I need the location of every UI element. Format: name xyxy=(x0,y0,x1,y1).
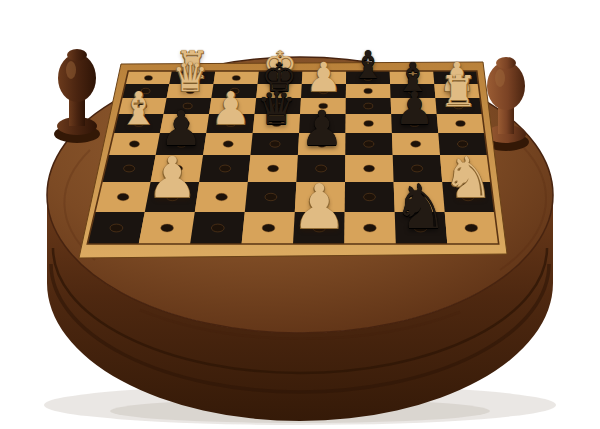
peg-hole-h5 xyxy=(456,121,466,127)
peg-hole-f1 xyxy=(364,224,377,232)
piece-black-bishop-f8[interactable]: ♝ xyxy=(351,46,385,84)
peg-hole-a8 xyxy=(144,76,152,81)
peg-hole-f3 xyxy=(364,165,375,172)
left-knob-handle[interactable] xyxy=(54,49,100,143)
piece-black-pawn-g5[interactable]: ♟ xyxy=(394,86,435,131)
piece-white-queen-b7[interactable]: ♛ xyxy=(172,57,208,97)
peg-hole-a3 xyxy=(124,165,135,172)
piece-black-pawn-e4[interactable]: ♟ xyxy=(300,103,343,151)
peg-hole-g4 xyxy=(411,141,421,147)
peg-hole-a4 xyxy=(129,141,139,147)
peg-hole-c2 xyxy=(216,193,228,200)
piece-white-bishop-a5[interactable]: ♝ xyxy=(119,86,160,131)
peg-hole-d2 xyxy=(265,193,277,200)
peg-hole-f4 xyxy=(364,141,374,147)
peg-hole-d4 xyxy=(270,141,280,147)
piece-black-knight-g1[interactable]: ♞ xyxy=(393,176,448,238)
peg-hole-d1 xyxy=(262,224,275,232)
peg-hole-f6 xyxy=(364,103,373,109)
peg-hole-f2 xyxy=(364,193,376,200)
peg-hole-h1 xyxy=(465,224,478,232)
peg-hole-a2 xyxy=(117,193,129,200)
peg-hole-d3 xyxy=(268,165,279,172)
piece-black-queen-d5[interactable]: ♛ xyxy=(256,86,297,131)
piece-white-pawn-e1[interactable]: ♟ xyxy=(292,176,347,238)
peg-hole-c3 xyxy=(220,165,231,172)
peg-hole-a1 xyxy=(110,224,123,232)
peg-hole-f7 xyxy=(364,88,373,93)
piece-white-rook-h6[interactable]: ♜ xyxy=(440,70,478,112)
peg-hole-f5 xyxy=(364,121,374,127)
piece-white-knight-h2[interactable]: ♞ xyxy=(443,149,494,206)
peg-hole-c4 xyxy=(223,141,233,147)
peg-hole-c1 xyxy=(211,224,224,232)
piece-white-pawn-b2[interactable]: ♟ xyxy=(147,149,198,206)
peg-hole-b1 xyxy=(161,224,174,232)
travel-chess-set-photo: ♚♜♝♛♚♟♝♟♜♝♟♛♟♟♟♟♞♟♞ xyxy=(0,0,600,429)
peg-hole-c8 xyxy=(232,76,240,81)
piece-white-pawn-e7[interactable]: ♟ xyxy=(306,57,342,97)
piece-white-pawn-c5[interactable]: ♟ xyxy=(210,86,251,131)
